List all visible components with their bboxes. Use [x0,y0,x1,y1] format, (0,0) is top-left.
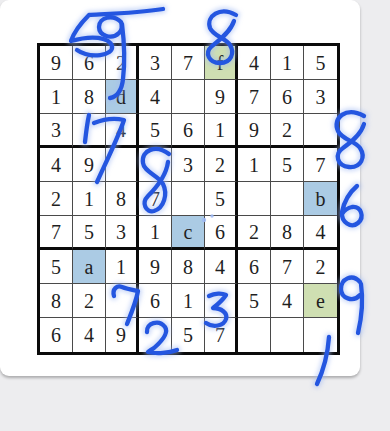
cell-r3c9[interactable] [304,114,337,148]
cell-r9c5[interactable]: 5 [172,318,205,352]
cell-r7c6[interactable]: 4 [205,250,238,284]
cell-r5c7[interactable] [238,182,271,216]
cell-r6c1[interactable]: 7 [40,216,73,250]
cell-r5c5[interactable] [172,182,205,216]
cell-r2c6[interactable]: 9 [205,80,238,114]
cell-r6c4[interactable]: 1 [139,216,172,250]
cell-r8c4[interactable]: 6 [139,284,172,318]
cell-r9c1[interactable]: 6 [40,318,73,352]
cell-r1c2[interactable]: 6 [73,46,106,80]
cell-r2c1[interactable]: 1 [40,80,73,114]
worksheet-page: 96237f41518d497633456192493215721875b753… [0,0,360,376]
cell-r9c4[interactable] [139,318,172,352]
cell-r4c2[interactable]: 9 [73,148,106,182]
cell-r1c1[interactable]: 9 [40,46,73,80]
cell-r9c6[interactable]: 7 [205,318,238,352]
cell-r6c3[interactable]: 3 [106,216,139,250]
cell-r5c4[interactable]: 7 [139,182,172,216]
cell-r7c1[interactable]: 5 [40,250,73,284]
cell-r4c5[interactable]: 3 [172,148,205,182]
sudoku-board: 96237f41518d497633456192493215721875b753… [37,43,340,355]
cell-r4c1[interactable]: 4 [40,148,73,182]
cell-r4c4[interactable] [139,148,172,182]
cell-r8c3[interactable] [106,284,139,318]
cell-r1c8[interactable]: 1 [271,46,304,80]
cell-r9c7[interactable] [238,318,271,352]
cell-r1c5[interactable]: 7 [172,46,205,80]
cell-r9c8[interactable] [271,318,304,352]
cell-r8c9[interactable]: e [304,284,337,318]
cell-r6c7[interactable]: 2 [238,216,271,250]
cell-r2c3[interactable]: d [106,80,139,114]
cell-r5c8[interactable] [271,182,304,216]
cell-r3c6[interactable]: 1 [205,114,238,148]
cell-r2c5[interactable] [172,80,205,114]
cell-r1c6[interactable]: f [205,46,238,80]
cell-r1c7[interactable]: 4 [238,46,271,80]
cell-r9c2[interactable]: 4 [73,318,106,352]
cell-r5c1[interactable]: 2 [40,182,73,216]
cell-r9c9[interactable] [304,318,337,352]
cell-r8c7[interactable]: 5 [238,284,271,318]
cell-r7c7[interactable]: 6 [238,250,271,284]
cell-r2c9[interactable]: 3 [304,80,337,114]
cell-r3c4[interactable]: 5 [139,114,172,148]
cell-r7c4[interactable]: 9 [139,250,172,284]
cell-r6c6[interactable]: 6 [205,216,238,250]
cell-r6c9[interactable]: 4 [304,216,337,250]
cell-r5c9[interactable]: b [304,182,337,216]
cell-r6c2[interactable]: 5 [73,216,106,250]
cell-r5c6[interactable]: 5 [205,182,238,216]
cell-r1c9[interactable]: 5 [304,46,337,80]
cell-r8c8[interactable]: 4 [271,284,304,318]
cell-r7c3[interactable]: 1 [106,250,139,284]
cell-r8c2[interactable]: 2 [73,284,106,318]
cell-r2c7[interactable]: 7 [238,80,271,114]
cell-r2c8[interactable]: 6 [271,80,304,114]
cell-r3c3[interactable]: 4 [106,114,139,148]
cell-r3c1[interactable]: 3 [40,114,73,148]
annotation-canvas: 96237f41518d497633456192493215721875b753… [0,0,390,431]
cell-r4c6[interactable]: 2 [205,148,238,182]
cell-r2c2[interactable]: 8 [73,80,106,114]
cell-r3c8[interactable]: 2 [271,114,304,148]
cell-r8c1[interactable]: 8 [40,284,73,318]
cell-r7c8[interactable]: 7 [271,250,304,284]
cell-r9c3[interactable]: 9 [106,318,139,352]
cell-r7c2[interactable]: a [73,250,106,284]
cell-r6c5[interactable]: c [172,216,205,250]
cell-r4c9[interactable]: 7 [304,148,337,182]
cell-r7c5[interactable]: 8 [172,250,205,284]
cell-r4c8[interactable]: 5 [271,148,304,182]
cell-r7c9[interactable]: 2 [304,250,337,284]
cell-r2c4[interactable]: 4 [139,80,172,114]
cell-r5c3[interactable]: 8 [106,182,139,216]
cell-r5c2[interactable]: 1 [73,182,106,216]
cell-r6c8[interactable]: 8 [271,216,304,250]
cell-r1c4[interactable]: 3 [139,46,172,80]
cell-r4c3[interactable] [106,148,139,182]
cell-r1c3[interactable]: 2 [106,46,139,80]
cell-r3c2[interactable] [73,114,106,148]
cell-r3c5[interactable]: 6 [172,114,205,148]
cell-r3c7[interactable]: 9 [238,114,271,148]
cell-r8c6[interactable] [205,284,238,318]
cell-r4c7[interactable]: 1 [238,148,271,182]
cell-r8c5[interactable]: 1 [172,284,205,318]
